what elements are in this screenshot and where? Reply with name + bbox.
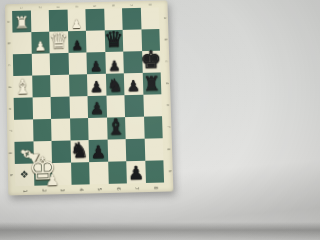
square-c7 (123, 51, 142, 73)
coord-top-7: 7 (129, 3, 133, 6)
square-d8 (142, 72, 161, 94)
coord-top-1: 1 (19, 6, 23, 9)
coord-bottom-6: 6 (115, 187, 120, 190)
chess-board: ❖ ♜♟♟♛♟♛♟♟♚♝♟♞♟♜♟♝♝♞♟♚♟ 1234567812345678… (5, 0, 173, 195)
square-b6 (104, 30, 123, 52)
square-c8 (142, 51, 161, 73)
square-a2 (30, 10, 49, 32)
square-e7 (124, 95, 143, 117)
coord-left-a: a (6, 21, 10, 24)
square-b7 (123, 29, 142, 51)
coord-bottom-5: 5 (97, 187, 102, 190)
square-f8 (144, 116, 163, 138)
square-c4 (68, 52, 87, 74)
square-g8 (144, 138, 163, 161)
square-f4 (70, 118, 89, 140)
square-e1 (14, 97, 33, 119)
square-a6 (104, 8, 123, 30)
coord-bottom-4: 4 (78, 188, 83, 191)
square-h6 (108, 161, 127, 184)
coord-top-8: 8 (147, 3, 151, 6)
square-h5 (89, 162, 108, 185)
square-g3 (52, 140, 71, 163)
square-e4 (69, 96, 88, 118)
square-g1 (14, 141, 33, 164)
square-c2 (31, 53, 50, 75)
square-b5 (86, 30, 105, 52)
board-coordinates: 1234567812345678abcdefghabcdefgh (5, 0, 167, 4)
coord-right-g: g (167, 148, 171, 151)
square-b8 (141, 29, 160, 51)
square-g6 (107, 139, 126, 162)
square-h8 (145, 160, 164, 183)
board-emblem: ❖ (20, 169, 29, 179)
square-d6 (105, 73, 124, 95)
coord-top-2: 2 (38, 6, 42, 9)
square-d4 (69, 74, 88, 96)
square-e6 (106, 95, 125, 117)
square-a7 (122, 8, 141, 30)
square-f6 (107, 117, 126, 139)
square-g7 (126, 139, 145, 162)
square-a1 (12, 11, 31, 33)
square-b2 (31, 32, 50, 54)
square-c5 (86, 52, 105, 74)
square-f1 (14, 119, 33, 141)
square-e3 (51, 97, 70, 119)
captured-white-pawn-on-border: ♟ (45, 173, 59, 188)
coord-bottom-7: 7 (134, 187, 139, 190)
square-d3 (50, 75, 69, 97)
square-f7 (125, 117, 144, 139)
square-f2 (33, 119, 52, 141)
square-d5 (87, 74, 106, 96)
coord-top-4: 4 (74, 5, 78, 8)
coord-bottom-1: 1 (22, 189, 27, 192)
coord-top-3: 3 (56, 5, 60, 8)
coord-left-d: d (7, 86, 11, 89)
square-e5 (88, 96, 107, 118)
coord-bottom-8: 8 (152, 186, 157, 189)
coord-left-g: g (9, 152, 13, 155)
coord-left-e: e (8, 108, 12, 111)
square-h1: ❖ (15, 164, 34, 187)
square-e2 (32, 97, 51, 119)
square-g5 (89, 140, 108, 163)
square-c1 (13, 54, 32, 76)
coord-right-b: b (163, 38, 167, 41)
square-c6 (105, 52, 124, 74)
photo-background: ❖ ♜♟♟♛♟♛♟♟♚♝♟♞♟♜♟♝♝♞♟♚♟ 1234567812345678… (0, 0, 200, 200)
square-d7 (124, 73, 143, 95)
square-a4 (67, 9, 86, 31)
square-c3 (50, 53, 69, 75)
coord-left-b: b (7, 42, 11, 45)
square-h4 (71, 162, 90, 185)
board-grid: ❖ (12, 7, 164, 186)
square-f3 (51, 118, 70, 140)
square-g2 (33, 141, 52, 164)
coord-right-h: h (167, 170, 171, 173)
coord-right-d: d (164, 82, 168, 85)
coord-right-f: f (166, 126, 170, 128)
square-h7 (126, 161, 145, 184)
square-f5 (88, 118, 107, 140)
square-d2 (32, 75, 51, 97)
coord-bottom-3: 3 (59, 188, 64, 191)
coord-top-5: 5 (92, 4, 96, 7)
square-d1 (13, 76, 32, 98)
coord-left-h: h (9, 174, 13, 177)
square-a5 (85, 9, 104, 31)
square-b4 (68, 31, 87, 53)
coord-left-f: f (8, 130, 12, 132)
square-e8 (143, 94, 162, 116)
coord-right-a: a (162, 17, 166, 20)
coord-right-e: e (165, 104, 169, 107)
square-b1 (12, 32, 31, 54)
square-a8 (140, 7, 159, 29)
coord-left-c: c (7, 64, 11, 66)
coord-top-6: 6 (111, 4, 115, 7)
square-a3 (49, 10, 68, 32)
square-b3 (49, 31, 68, 53)
coord-right-c: c (164, 60, 168, 62)
square-g4 (70, 140, 89, 163)
